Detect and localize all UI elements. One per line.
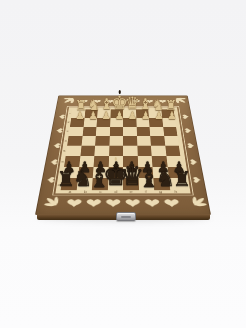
square-d3[interactable] [123,127,137,136]
ornament-fleur-icon [193,197,206,206]
square-e3[interactable] [109,127,123,136]
rank-label-4: 4 [65,139,68,141]
piece-white-pawn[interactable]: ♟ [88,110,97,121]
square-a5[interactable] [165,146,180,156]
square-g5[interactable] [80,146,95,156]
square-d5[interactable] [123,146,137,156]
square-c5[interactable] [137,146,152,156]
ornament-fleur-icon [45,197,58,206]
piece-white-pawn[interactable]: ♟ [102,110,111,121]
square-d4[interactable] [123,136,137,146]
white-king-finial [118,90,121,94]
rank-label-3: 3 [66,130,68,132]
ornament-heart-scroll-icon: ❤ [163,197,181,210]
ornament-heart-scroll-icon: ❤ [187,159,200,165]
square-b5[interactable] [151,146,166,156]
ornament-heart-scroll-icon: ❤ [184,143,196,149]
square-g3[interactable] [82,127,96,136]
square-a3[interactable] [163,127,178,136]
piece-black-rook[interactable]: ♜ [173,169,192,190]
ornament-heart-scroll-icon: ❤ [55,114,66,119]
ornament-heart-scroll-icon: ❤ [85,197,102,210]
square-e4[interactable] [109,136,123,146]
ornament-fleur-icon [63,98,74,104]
square-a4[interactable] [164,136,179,146]
piece-white-pawn[interactable]: ♟ [167,110,176,121]
ornament-heart-scroll-icon: ❤ [182,128,193,133]
clasp-latch-icon [116,212,136,221]
ornament-heart-scroll-icon: ❤ [180,114,191,119]
square-f5[interactable] [94,146,109,156]
square-f4[interactable] [95,136,109,146]
ornament-heart-scroll-icon: ❤ [43,177,56,184]
square-h4[interactable] [67,136,82,146]
piece-white-pawn[interactable]: ♟ [128,110,137,121]
rank-label-5: 5 [63,149,66,152]
piece-white-pawn[interactable]: ♟ [154,110,163,121]
rank-label-2: 2 [67,121,69,123]
ornament-heart-scroll-icon: ❤ [53,128,64,133]
ornament-heart-scroll-icon: ❤ [190,177,203,184]
ornament-heart-scroll-icon: ❤ [50,143,62,149]
square-f3[interactable] [96,127,110,136]
square-e5[interactable] [109,146,123,156]
ornament-heart-scroll-icon: ❤ [47,159,60,165]
piece-white-pawn[interactable]: ♟ [115,110,124,121]
square-b3[interactable] [150,127,164,136]
square-b4[interactable] [150,136,165,146]
product-photo-chess-set: abcdefgh 12345678 ❤❤❤❤❤❤❤❤❤❤❤❤❤❤❤❤❤❤❤❤❤❤… [0,0,246,328]
ornament-heart-scroll-icon: ❤ [144,197,161,210]
ornament-heart-scroll-icon: ❤ [125,197,142,210]
square-h5[interactable] [66,146,81,156]
square-c4[interactable] [137,136,151,146]
piece-white-pawn[interactable]: ♟ [141,110,150,121]
piece-white-pawn[interactable]: ♟ [75,110,84,121]
ornament-heart-scroll-icon: ❤ [65,197,83,210]
ornament-heart-scroll-icon: ❤ [105,197,122,210]
rank-label-1: 1 [69,112,71,114]
black-king-finial [114,157,117,161]
square-h3[interactable] [69,127,84,136]
square-g4[interactable] [81,136,96,146]
square-c3[interactable] [136,127,150,136]
